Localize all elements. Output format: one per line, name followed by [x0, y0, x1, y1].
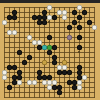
stone-white[interactable] [37, 40, 42, 45]
stone-black[interactable] [52, 15, 57, 20]
stone-black[interactable] [37, 70, 42, 75]
stone-green[interactable] [47, 45, 52, 50]
stone-black[interactable] [7, 15, 12, 20]
stone-white[interactable] [47, 85, 52, 90]
stone-black[interactable] [72, 80, 77, 85]
stone-black[interactable] [77, 45, 82, 50]
stone-black[interactable] [72, 85, 77, 90]
stone-black[interactable] [42, 20, 47, 25]
stone-white[interactable] [57, 10, 62, 15]
stone-black[interactable] [12, 65, 17, 70]
stone-black[interactable] [27, 55, 32, 60]
stone-black[interactable] [7, 65, 12, 70]
hoshi-point [18, 21, 20, 23]
hoshi-point [78, 21, 80, 23]
stone-black[interactable] [77, 70, 82, 75]
stone-black[interactable] [77, 65, 82, 70]
stone-black[interactable] [62, 70, 67, 75]
stone-black[interactable] [72, 20, 77, 25]
stone-tan[interactable] [62, 60, 67, 65]
stone-black[interactable] [77, 35, 82, 40]
stone-black[interactable] [72, 10, 77, 15]
stone-white[interactable] [62, 15, 67, 20]
stone-white[interactable] [82, 75, 87, 80]
stone-black[interactable] [77, 25, 82, 30]
stone-black[interactable] [37, 75, 42, 80]
stone-black[interactable] [77, 15, 82, 20]
stone-white[interactable] [12, 30, 17, 35]
stone-black[interactable] [57, 90, 62, 95]
stone-black[interactable] [52, 85, 57, 90]
stone-black[interactable] [77, 75, 82, 80]
stone-white[interactable] [47, 80, 52, 85]
stone-white[interactable] [17, 80, 22, 85]
stone-black[interactable] [12, 80, 17, 85]
stone-black[interactable] [37, 20, 42, 25]
stone-black[interactable] [57, 85, 62, 90]
stone-black[interactable] [12, 15, 17, 20]
stone-black[interactable] [37, 45, 42, 50]
stone-white[interactable] [77, 5, 82, 10]
stone-cyan[interactable] [42, 45, 47, 50]
stone-black[interactable] [67, 70, 72, 75]
stone-white[interactable] [27, 35, 32, 40]
stone-black[interactable] [42, 75, 47, 80]
stone-white[interactable] [32, 80, 37, 85]
stone-black[interactable] [47, 35, 52, 40]
stone-black[interactable] [42, 15, 47, 20]
stone-black[interactable] [67, 80, 72, 85]
go-board[interactable] [0, 3, 100, 100]
stone-white[interactable] [32, 40, 37, 45]
hoshi-point [78, 51, 80, 53]
stone-white[interactable] [47, 5, 52, 10]
stone-black[interactable] [67, 25, 72, 30]
stone-white[interactable] [62, 65, 67, 70]
stone-black[interactable] [82, 10, 87, 15]
stone-black[interactable] [12, 10, 17, 15]
stone-white[interactable] [2, 70, 7, 75]
stone-black[interactable] [42, 10, 47, 15]
stone-black[interactable] [17, 70, 22, 75]
stone-black[interactable] [52, 60, 57, 65]
stone-black[interactable] [17, 50, 22, 55]
hoshi-point [48, 21, 50, 23]
stone-black[interactable] [47, 75, 52, 80]
stone-black[interactable] [37, 15, 42, 20]
stone-white[interactable] [77, 80, 82, 85]
stone-white[interactable] [57, 65, 62, 70]
stone-black[interactable] [32, 15, 37, 20]
stone-white[interactable] [2, 20, 7, 25]
stone-black[interactable] [57, 70, 62, 75]
stone-tan[interactable] [42, 60, 47, 65]
stone-white[interactable] [77, 85, 82, 90]
stone-white[interactable] [52, 80, 57, 85]
stone-black[interactable] [87, 20, 92, 25]
stone-black[interactable] [7, 85, 12, 90]
stone-white[interactable] [62, 10, 67, 15]
stone-black[interactable] [22, 60, 27, 65]
stone-white[interactable] [27, 80, 32, 85]
stone-black[interactable] [12, 75, 17, 80]
app-window: · · · [0, 0, 100, 100]
stone-black[interactable] [52, 45, 57, 50]
stone-black[interactable] [47, 50, 52, 55]
stone-black[interactable] [52, 55, 57, 60]
stone-white[interactable] [7, 30, 12, 35]
stone-white[interactable] [47, 15, 52, 20]
stone-black[interactable] [17, 75, 22, 80]
stone-white[interactable] [92, 25, 97, 30]
stone-white[interactable] [42, 80, 47, 85]
stone-purple[interactable] [67, 35, 72, 40]
stone-white[interactable] [2, 75, 7, 80]
